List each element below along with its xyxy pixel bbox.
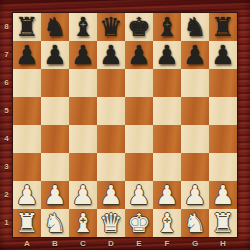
square-d2[interactable]: ♟ bbox=[97, 181, 125, 209]
square-h3[interactable] bbox=[209, 153, 237, 181]
file-label-h: H bbox=[209, 237, 237, 250]
white-pawn-piece[interactable]: ♟ bbox=[97, 181, 125, 209]
white-queen-piece[interactable]: ♛ bbox=[97, 209, 125, 237]
black-queen-piece[interactable]: ♛ bbox=[97, 13, 125, 41]
square-d8[interactable]: ♛ bbox=[97, 13, 125, 41]
square-g1[interactable]: ♞ bbox=[181, 209, 209, 237]
white-pawn-piece[interactable]: ♟ bbox=[209, 181, 237, 209]
square-g3[interactable] bbox=[181, 153, 209, 181]
square-h5[interactable] bbox=[209, 97, 237, 125]
square-a1[interactable]: ♜ bbox=[13, 209, 41, 237]
square-d3[interactable] bbox=[97, 153, 125, 181]
square-e2[interactable]: ♟ bbox=[125, 181, 153, 209]
file-label-c: C bbox=[69, 237, 97, 250]
square-g5[interactable] bbox=[181, 97, 209, 125]
file-labels: ABCDEFGH bbox=[13, 237, 237, 250]
white-king-piece[interactable]: ♚ bbox=[125, 209, 153, 237]
white-pawn-piece[interactable]: ♟ bbox=[41, 181, 69, 209]
file-label-d: D bbox=[97, 237, 125, 250]
black-pawn-piece[interactable]: ♟ bbox=[153, 41, 181, 69]
square-c6[interactable] bbox=[69, 69, 97, 97]
square-d5[interactable] bbox=[97, 97, 125, 125]
white-pawn-piece[interactable]: ♟ bbox=[153, 181, 181, 209]
file-label-b: B bbox=[41, 237, 69, 250]
rank-labels: 87654321 bbox=[0, 13, 13, 237]
square-g4[interactable] bbox=[181, 125, 209, 153]
square-a3[interactable] bbox=[13, 153, 41, 181]
square-b3[interactable] bbox=[41, 153, 69, 181]
black-pawn-piece[interactable]: ♟ bbox=[209, 41, 237, 69]
square-b5[interactable] bbox=[41, 97, 69, 125]
rank-label-7: 7 bbox=[0, 41, 13, 69]
square-f6[interactable] bbox=[153, 69, 181, 97]
chess-app-window: ♜♞♝♛♚♝♞♜♟♟♟♟♟♟♟♟♟♟♟♟♟♟♟♟♜♞♝♛♚♝♞♜ 8765432… bbox=[0, 0, 250, 250]
square-a6[interactable] bbox=[13, 69, 41, 97]
square-f1[interactable]: ♝ bbox=[153, 209, 181, 237]
square-f8[interactable]: ♝ bbox=[153, 13, 181, 41]
black-bishop-piece[interactable]: ♝ bbox=[153, 13, 181, 41]
black-pawn-piece[interactable]: ♟ bbox=[13, 41, 41, 69]
square-d4[interactable] bbox=[97, 125, 125, 153]
white-pawn-piece[interactable]: ♟ bbox=[69, 181, 97, 209]
square-g6[interactable] bbox=[181, 69, 209, 97]
file-label-a: A bbox=[13, 237, 41, 250]
rank-label-6: 6 bbox=[0, 69, 13, 97]
file-label-f: F bbox=[153, 237, 181, 250]
square-h7[interactable]: ♟ bbox=[209, 41, 237, 69]
square-g8[interactable]: ♞ bbox=[181, 13, 209, 41]
white-rook-piece[interactable]: ♜ bbox=[209, 209, 237, 237]
square-f3[interactable] bbox=[153, 153, 181, 181]
square-g7[interactable]: ♟ bbox=[181, 41, 209, 69]
square-f2[interactable]: ♟ bbox=[153, 181, 181, 209]
square-c3[interactable] bbox=[69, 153, 97, 181]
square-a4[interactable] bbox=[13, 125, 41, 153]
black-pawn-piece[interactable]: ♟ bbox=[97, 41, 125, 69]
white-pawn-piece[interactable]: ♟ bbox=[13, 181, 41, 209]
square-b7[interactable]: ♟ bbox=[41, 41, 69, 69]
square-h1[interactable]: ♜ bbox=[209, 209, 237, 237]
square-h2[interactable]: ♟ bbox=[209, 181, 237, 209]
square-c1[interactable]: ♝ bbox=[69, 209, 97, 237]
black-knight-piece[interactable]: ♞ bbox=[181, 13, 209, 41]
white-knight-piece[interactable]: ♞ bbox=[41, 209, 69, 237]
square-e3[interactable] bbox=[125, 153, 153, 181]
square-c7[interactable]: ♟ bbox=[69, 41, 97, 69]
square-a8[interactable]: ♜ bbox=[13, 13, 41, 41]
square-d1[interactable]: ♛ bbox=[97, 209, 125, 237]
white-rook-piece[interactable]: ♜ bbox=[13, 209, 41, 237]
rank-label-1: 1 bbox=[0, 209, 13, 237]
chess-board: ♜♞♝♛♚♝♞♜♟♟♟♟♟♟♟♟♟♟♟♟♟♟♟♟♜♞♝♛♚♝♞♜ bbox=[13, 13, 237, 237]
square-h4[interactable] bbox=[209, 125, 237, 153]
file-label-e: E bbox=[125, 237, 153, 250]
black-king-piece[interactable]: ♚ bbox=[125, 13, 153, 41]
square-c8[interactable]: ♝ bbox=[69, 13, 97, 41]
square-a7[interactable]: ♟ bbox=[13, 41, 41, 69]
square-g2[interactable]: ♟ bbox=[181, 181, 209, 209]
black-pawn-piece[interactable]: ♟ bbox=[69, 41, 97, 69]
black-bishop-piece[interactable]: ♝ bbox=[69, 13, 97, 41]
rank-label-4: 4 bbox=[0, 125, 13, 153]
square-b2[interactable]: ♟ bbox=[41, 181, 69, 209]
rank-label-3: 3 bbox=[0, 153, 13, 181]
square-c2[interactable]: ♟ bbox=[69, 181, 97, 209]
white-bishop-piece[interactable]: ♝ bbox=[153, 209, 181, 237]
white-pawn-piece[interactable]: ♟ bbox=[125, 181, 153, 209]
file-label-g: G bbox=[181, 237, 209, 250]
white-pawn-piece[interactable]: ♟ bbox=[181, 181, 209, 209]
square-b1[interactable]: ♞ bbox=[41, 209, 69, 237]
square-f5[interactable] bbox=[153, 97, 181, 125]
square-a2[interactable]: ♟ bbox=[13, 181, 41, 209]
square-b8[interactable]: ♞ bbox=[41, 13, 69, 41]
square-b4[interactable] bbox=[41, 125, 69, 153]
rank-label-5: 5 bbox=[0, 97, 13, 125]
square-c4[interactable] bbox=[69, 125, 97, 153]
square-a5[interactable] bbox=[13, 97, 41, 125]
square-h8[interactable]: ♜ bbox=[209, 13, 237, 41]
square-e1[interactable]: ♚ bbox=[125, 209, 153, 237]
white-knight-piece[interactable]: ♞ bbox=[181, 209, 209, 237]
square-e4[interactable] bbox=[125, 125, 153, 153]
black-pawn-piece[interactable]: ♟ bbox=[125, 41, 153, 69]
square-d7[interactable]: ♟ bbox=[97, 41, 125, 69]
square-f7[interactable]: ♟ bbox=[153, 41, 181, 69]
black-pawn-piece[interactable]: ♟ bbox=[41, 41, 69, 69]
square-b6[interactable] bbox=[41, 69, 69, 97]
square-f4[interactable] bbox=[153, 125, 181, 153]
black-knight-piece[interactable]: ♞ bbox=[41, 13, 69, 41]
black-pawn-piece[interactable]: ♟ bbox=[181, 41, 209, 69]
white-bishop-piece[interactable]: ♝ bbox=[69, 209, 97, 237]
square-e8[interactable]: ♚ bbox=[125, 13, 153, 41]
square-d6[interactable] bbox=[97, 69, 125, 97]
square-c5[interactable] bbox=[69, 97, 97, 125]
black-rook-piece[interactable]: ♜ bbox=[209, 13, 237, 41]
square-e5[interactable] bbox=[125, 97, 153, 125]
square-e7[interactable]: ♟ bbox=[125, 41, 153, 69]
square-e6[interactable] bbox=[125, 69, 153, 97]
black-rook-piece[interactable]: ♜ bbox=[13, 13, 41, 41]
square-h6[interactable] bbox=[209, 69, 237, 97]
rank-label-2: 2 bbox=[0, 181, 13, 209]
rank-label-8: 8 bbox=[0, 13, 13, 41]
